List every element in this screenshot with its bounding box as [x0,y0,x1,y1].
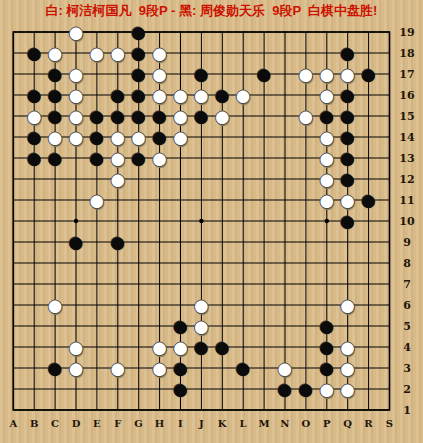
white-stone: ● [67,127,85,148]
go-game-viewer: 白: 柯洁柯国凡 9段P - 黑: 周俊勋天乐 9段P 白棋中盘胜! ●●●●●… [0,0,423,443]
point-J4[interactable]: ● [191,337,212,358]
row-labels: 19181716151413121110987654321 [393,22,421,421]
point-K15[interactable]: ● [212,106,233,127]
black-stone: ● [297,379,315,400]
point-E18[interactable]: ● [86,43,107,64]
point-K4[interactable]: ● [212,337,233,358]
row-label-2: 2 [393,379,421,400]
point-R11[interactable]: ● [358,190,379,211]
point-F3[interactable]: ● [107,358,128,379]
column-label-R: R [358,418,379,429]
point-C6[interactable]: ● [45,295,66,316]
white-stone: ● [151,148,169,169]
row-label-18: 18 [393,43,421,64]
black-stone: ● [46,148,64,169]
column-labels: ABCDEFGHIJKLMNOPQRS [3,418,400,429]
column-label-D: D [66,418,87,429]
point-C13[interactable]: ● [45,148,66,169]
black-stone: ● [360,64,378,85]
column-label-L: L [233,418,254,429]
point-D3[interactable]: ● [66,358,87,379]
column-label-P: P [316,418,337,429]
column-label-B: B [24,418,45,429]
black-stone: ● [193,337,211,358]
point-Q6[interactable]: ● [337,295,358,316]
point-D19[interactable]: ● [66,22,87,43]
point-E11[interactable]: ● [86,190,107,211]
row-label-14: 14 [393,127,421,148]
column-label-C: C [45,418,66,429]
column-label-N: N [274,418,295,429]
white-stone: ● [318,379,336,400]
row-label-9: 9 [393,232,421,253]
black-stone: ● [213,337,231,358]
point-C3[interactable]: ● [45,358,66,379]
column-label-J: J [191,418,212,429]
row-label-16: 16 [393,85,421,106]
column-label-O: O [295,418,316,429]
row-label-7: 7 [393,274,421,295]
row-label-11: 11 [393,190,421,211]
row-label-5: 5 [393,316,421,337]
point-D9[interactable]: ● [66,232,87,253]
point-H3[interactable]: ● [149,358,170,379]
point-I14[interactable]: ● [170,127,191,148]
white-stone: ● [109,169,127,190]
column-label-G: G [128,418,149,429]
white-stone: ● [318,190,336,211]
black-stone: ● [255,64,273,85]
black-stone: ● [25,43,43,64]
point-Q2[interactable]: ● [337,379,358,400]
point-F9[interactable]: ● [107,232,128,253]
column-label-A: A [3,418,24,429]
white-stone: ● [339,295,357,316]
column-label-H: H [149,418,170,429]
black-stone: ● [339,211,357,232]
column-label-Q: Q [337,418,358,429]
white-stone: ● [297,64,315,85]
white-stone: ● [151,358,169,379]
black-stone: ● [193,106,211,127]
point-O2[interactable]: ● [295,379,316,400]
column-label-E: E [86,418,107,429]
row-label-17: 17 [393,64,421,85]
white-stone: ● [46,295,64,316]
point-F12[interactable]: ● [107,169,128,190]
point-O15[interactable]: ● [295,106,316,127]
point-L3[interactable]: ● [233,358,254,379]
black-stone: ● [88,148,106,169]
white-stone: ● [234,85,252,106]
column-label-M: M [254,418,275,429]
point-B18[interactable]: ● [24,43,45,64]
black-stone: ● [130,148,148,169]
point-Q10[interactable]: ● [337,211,358,232]
point-L16[interactable]: ● [233,85,254,106]
black-stone: ● [172,379,190,400]
point-H13[interactable]: ● [149,148,170,169]
point-G13[interactable]: ● [128,148,149,169]
point-O17[interactable]: ● [295,64,316,85]
white-stone: ● [88,190,106,211]
white-stone: ● [297,106,315,127]
column-label-I: I [170,418,191,429]
row-label-19: 19 [393,22,421,43]
row-label-6: 6 [393,295,421,316]
black-stone: ● [360,190,378,211]
black-stone: ● [234,358,252,379]
white-stone: ● [67,22,85,43]
point-F18[interactable]: ● [107,43,128,64]
row-label-10: 10 [393,211,421,232]
row-label-15: 15 [393,106,421,127]
white-stone: ● [339,379,357,400]
black-stone: ● [25,148,43,169]
white-stone: ● [172,127,190,148]
point-B13[interactable]: ● [24,148,45,169]
go-board[interactable]: ●●●●●●●●●●●●●●●●●●●●●●●●●●●●●●●●●●●●●●●●… [3,22,400,421]
point-M17[interactable]: ● [254,64,275,85]
row-label-4: 4 [393,337,421,358]
column-label-K: K [212,418,233,429]
white-stone: ● [88,43,106,64]
point-J15[interactable]: ● [191,106,212,127]
point-E13[interactable]: ● [86,148,107,169]
point-D14[interactable]: ● [66,127,87,148]
point-I2[interactable]: ● [170,379,191,400]
white-stone: ● [67,358,85,379]
row-label-8: 8 [393,253,421,274]
black-stone: ● [46,358,64,379]
row-label-1: 1 [393,400,421,421]
white-stone: ● [109,358,127,379]
point-R17[interactable]: ● [358,64,379,85]
row-label-3: 3 [393,358,421,379]
point-P11[interactable]: ● [316,190,337,211]
column-label-F: F [107,418,128,429]
row-label-12: 12 [393,169,421,190]
row-label-13: 13 [393,148,421,169]
white-stone: ● [109,43,127,64]
black-stone: ● [109,232,127,253]
point-N2[interactable]: ● [274,379,295,400]
point-P2[interactable]: ● [316,379,337,400]
black-stone: ● [276,379,294,400]
white-stone: ● [213,106,231,127]
black-stone: ● [67,232,85,253]
